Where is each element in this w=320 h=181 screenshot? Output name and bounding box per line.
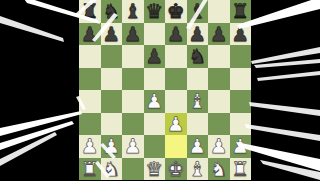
white-pawn[interactable]: ♟ — [122, 135, 144, 158]
square-e2[interactable] — [165, 135, 187, 158]
square-c7[interactable]: ♟ — [122, 23, 144, 46]
black-pawn[interactable]: ♟ — [187, 23, 209, 46]
square-b3[interactable] — [101, 113, 123, 136]
square-d4[interactable]: ♟ — [144, 90, 166, 113]
white-pawn[interactable]: ♟ — [144, 90, 166, 113]
square-f7[interactable]: ♟ — [187, 23, 209, 46]
chess-board[interactable]: ♜♞♝♛♚♝♜♟♟♟♟♟♟♟♟♞♟♝♟♟♟♟♟♟♟♜♞♛♚♝♞♜ — [79, 0, 251, 180]
square-d6[interactable]: ♟ — [144, 45, 166, 68]
square-g7[interactable]: ♟ — [208, 23, 230, 46]
square-g1[interactable]: ♞ — [208, 158, 230, 181]
square-h7[interactable]: ♟ — [230, 23, 252, 46]
square-f8[interactable]: ♝ — [187, 0, 209, 23]
square-e1[interactable]: ♚ — [165, 158, 187, 181]
square-h1[interactable]: ♜ — [230, 158, 252, 181]
square-c5[interactable] — [122, 68, 144, 91]
black-king[interactable]: ♚ — [165, 0, 187, 23]
white-bishop[interactable]: ♝ — [187, 90, 209, 113]
square-g6[interactable] — [208, 45, 230, 68]
black-rook[interactable]: ♜ — [230, 0, 252, 23]
white-pawn[interactable]: ♟ — [187, 135, 209, 158]
square-e3[interactable]: ♟ — [165, 113, 187, 136]
black-pawn[interactable]: ♟ — [144, 45, 166, 68]
black-bishop[interactable]: ♝ — [187, 0, 209, 23]
square-b6[interactable] — [101, 45, 123, 68]
square-g2[interactable]: ♟ — [208, 135, 230, 158]
square-a3[interactable] — [79, 113, 101, 136]
speed-line — [257, 71, 320, 81]
square-f2[interactable]: ♟ — [187, 135, 209, 158]
speed-line — [249, 102, 320, 116]
square-c3[interactable] — [122, 113, 144, 136]
black-queen[interactable]: ♛ — [144, 0, 166, 23]
speed-line — [0, 16, 64, 42]
square-g8[interactable] — [208, 0, 230, 23]
speed-line — [260, 160, 320, 180]
black-pawn[interactable]: ♟ — [230, 23, 252, 46]
white-knight[interactable]: ♞ — [101, 158, 123, 181]
square-f6[interactable]: ♞ — [187, 45, 209, 68]
square-g3[interactable] — [208, 113, 230, 136]
white-pawn[interactable]: ♟ — [101, 135, 123, 158]
square-a2[interactable]: ♟ — [79, 135, 101, 158]
black-bishop[interactable]: ♝ — [122, 0, 144, 23]
square-b1[interactable]: ♞ — [101, 158, 123, 181]
square-f1[interactable]: ♝ — [187, 158, 209, 181]
square-b8[interactable]: ♞ — [101, 0, 123, 23]
square-h3[interactable] — [230, 113, 252, 136]
white-pawn[interactable]: ♟ — [165, 113, 187, 136]
square-h2[interactable]: ♟ — [230, 135, 252, 158]
square-c1[interactable] — [122, 158, 144, 181]
white-pawn[interactable]: ♟ — [79, 135, 101, 158]
speed-line — [254, 59, 320, 68]
square-e5[interactable] — [165, 68, 187, 91]
square-f3[interactable] — [187, 113, 209, 136]
speed-line — [0, 111, 82, 136]
square-a4[interactable] — [79, 90, 101, 113]
speed-line — [0, 132, 57, 166]
square-f5[interactable] — [187, 68, 209, 91]
square-d3[interactable] — [144, 113, 166, 136]
black-pawn[interactable]: ♟ — [101, 23, 123, 46]
square-e7[interactable]: ♟ — [165, 23, 187, 46]
white-rook[interactable]: ♜ — [230, 158, 252, 181]
square-a1[interactable]: ♜ — [79, 158, 101, 181]
square-h6[interactable] — [230, 45, 252, 68]
square-e6[interactable] — [165, 45, 187, 68]
square-d5[interactable] — [144, 68, 166, 91]
white-queen[interactable]: ♛ — [144, 158, 166, 181]
black-pawn[interactable]: ♟ — [208, 23, 230, 46]
square-c8[interactable]: ♝ — [122, 0, 144, 23]
speed-line — [0, 121, 74, 150]
square-a5[interactable] — [79, 68, 101, 91]
square-e8[interactable]: ♚ — [165, 0, 187, 23]
square-b4[interactable] — [101, 90, 123, 113]
square-a7[interactable]: ♟ — [79, 23, 101, 46]
black-pawn[interactable]: ♟ — [79, 23, 101, 46]
white-pawn[interactable]: ♟ — [208, 135, 230, 158]
square-c6[interactable] — [122, 45, 144, 68]
square-h4[interactable] — [230, 90, 252, 113]
square-g5[interactable] — [208, 68, 230, 91]
square-a6[interactable] — [79, 45, 101, 68]
square-g4[interactable] — [208, 90, 230, 113]
white-bishop[interactable]: ♝ — [187, 158, 209, 181]
square-d8[interactable]: ♛ — [144, 0, 166, 23]
square-d7[interactable] — [144, 23, 166, 46]
square-e4[interactable] — [165, 90, 187, 113]
square-c2[interactable]: ♟ — [122, 135, 144, 158]
speed-line — [251, 47, 320, 64]
white-rook[interactable]: ♜ — [79, 158, 101, 181]
square-h8[interactable]: ♜ — [230, 0, 252, 23]
square-h5[interactable] — [230, 68, 252, 91]
square-b2[interactable]: ♟ — [101, 135, 123, 158]
speed-line — [245, 124, 320, 141]
black-knight[interactable]: ♞ — [187, 45, 209, 68]
black-pawn[interactable]: ♟ — [165, 23, 187, 46]
black-knight[interactable]: ♞ — [101, 0, 123, 23]
white-king[interactable]: ♚ — [165, 158, 187, 181]
square-a8[interactable]: ♜ — [79, 0, 101, 23]
square-c4[interactable] — [122, 90, 144, 113]
black-rook[interactable]: ♜ — [79, 0, 101, 23]
square-f4[interactable]: ♝ — [187, 90, 209, 113]
square-b7[interactable]: ♟ — [101, 23, 123, 46]
square-d2[interactable] — [144, 135, 166, 158]
scene: ♜♞♝♛♚♝♜♟♟♟♟♟♟♟♟♞♟♝♟♟♟♟♟♟♟♜♞♛♚♝♞♜ — [0, 0, 320, 180]
white-pawn[interactable]: ♟ — [230, 135, 252, 158]
white-knight[interactable]: ♞ — [208, 158, 230, 181]
square-d1[interactable]: ♛ — [144, 158, 166, 181]
black-pawn[interactable]: ♟ — [122, 23, 144, 46]
square-b5[interactable] — [101, 68, 123, 91]
